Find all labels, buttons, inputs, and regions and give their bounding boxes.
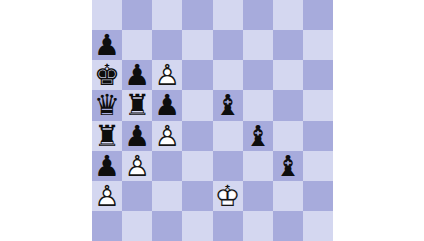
pawn-outline-glyph: ♙ bbox=[152, 60, 182, 90]
square-h4[interactable] bbox=[303, 121, 333, 151]
white-pawn-b3[interactable]: ♟♙ bbox=[122, 151, 152, 181]
square-e8[interactable] bbox=[213, 0, 243, 30]
square-f2[interactable] bbox=[243, 181, 273, 211]
square-c2[interactable] bbox=[152, 181, 182, 211]
square-h6[interactable] bbox=[303, 60, 333, 90]
king-outline-glyph: ♔ bbox=[213, 181, 243, 211]
square-f6[interactable] bbox=[243, 60, 273, 90]
square-c4[interactable]: ♟♙ bbox=[152, 121, 182, 151]
square-d7[interactable] bbox=[182, 30, 212, 60]
black-rook-a4[interactable]: ♜ bbox=[92, 121, 122, 151]
square-d6[interactable] bbox=[182, 60, 212, 90]
square-f7[interactable] bbox=[243, 30, 273, 60]
square-e4[interactable] bbox=[213, 121, 243, 151]
page-background: ♟♚♟♟♙♛♜♟♝♜♟♟♙♝♟♟♙♝♟♙♚♔ bbox=[0, 0, 424, 241]
square-b2[interactable] bbox=[122, 181, 152, 211]
square-a5[interactable]: ♛ bbox=[92, 90, 122, 120]
square-e1[interactable] bbox=[213, 211, 243, 241]
square-a3[interactable]: ♟ bbox=[92, 151, 122, 181]
square-h2[interactable] bbox=[303, 181, 333, 211]
square-e6[interactable] bbox=[213, 60, 243, 90]
square-e2[interactable]: ♚♔ bbox=[213, 181, 243, 211]
black-queen-a5[interactable]: ♛ bbox=[92, 90, 122, 120]
black-pawn-c5[interactable]: ♟ bbox=[152, 90, 182, 120]
black-pawn-b6[interactable]: ♟ bbox=[122, 60, 152, 90]
square-d8[interactable] bbox=[182, 0, 212, 30]
square-e5[interactable]: ♝ bbox=[213, 90, 243, 120]
rook-glyph: ♜ bbox=[122, 90, 152, 120]
square-g7[interactable] bbox=[273, 30, 303, 60]
square-b7[interactable] bbox=[122, 30, 152, 60]
square-h3[interactable] bbox=[303, 151, 333, 181]
pawn-glyph: ♟ bbox=[152, 90, 182, 120]
square-d2[interactable] bbox=[182, 181, 212, 211]
pawn-outline-glyph: ♙ bbox=[92, 181, 122, 211]
square-g8[interactable] bbox=[273, 0, 303, 30]
square-f1[interactable] bbox=[243, 211, 273, 241]
square-f4[interactable]: ♝ bbox=[243, 121, 273, 151]
square-f5[interactable] bbox=[243, 90, 273, 120]
white-pawn-c4[interactable]: ♟♙ bbox=[152, 121, 182, 151]
square-d3[interactable] bbox=[182, 151, 212, 181]
black-pawn-a7[interactable]: ♟ bbox=[92, 30, 122, 60]
pawn-outline-glyph: ♙ bbox=[122, 151, 152, 181]
white-pawn-a2[interactable]: ♟♙ bbox=[92, 181, 122, 211]
square-a4[interactable]: ♜ bbox=[92, 121, 122, 151]
square-g4[interactable] bbox=[273, 121, 303, 151]
square-f3[interactable] bbox=[243, 151, 273, 181]
square-c7[interactable] bbox=[152, 30, 182, 60]
square-f8[interactable] bbox=[243, 0, 273, 30]
rook-glyph: ♜ bbox=[92, 121, 122, 151]
square-c8[interactable] bbox=[152, 0, 182, 30]
square-h7[interactable] bbox=[303, 30, 333, 60]
pawn-glyph: ♟ bbox=[122, 121, 152, 151]
square-g5[interactable] bbox=[273, 90, 303, 120]
black-bishop-g3[interactable]: ♝ bbox=[273, 151, 303, 181]
square-c5[interactable]: ♟ bbox=[152, 90, 182, 120]
square-c6[interactable]: ♟♙ bbox=[152, 60, 182, 90]
square-b6[interactable]: ♟ bbox=[122, 60, 152, 90]
square-e3[interactable] bbox=[213, 151, 243, 181]
square-d5[interactable] bbox=[182, 90, 212, 120]
square-b4[interactable]: ♟ bbox=[122, 121, 152, 151]
square-a7[interactable]: ♟ bbox=[92, 30, 122, 60]
white-pawn-c6[interactable]: ♟♙ bbox=[152, 60, 182, 90]
white-king-e2[interactable]: ♚♔ bbox=[213, 181, 243, 211]
pawn-glyph: ♟ bbox=[92, 30, 122, 60]
pawn-glyph: ♟ bbox=[122, 60, 152, 90]
square-b1[interactable] bbox=[122, 211, 152, 241]
square-h1[interactable] bbox=[303, 211, 333, 241]
square-d1[interactable] bbox=[182, 211, 212, 241]
square-h8[interactable] bbox=[303, 0, 333, 30]
king-glyph: ♚ bbox=[92, 60, 122, 90]
square-d4[interactable] bbox=[182, 121, 212, 151]
square-b5[interactable]: ♜ bbox=[122, 90, 152, 120]
square-a8[interactable] bbox=[92, 0, 122, 30]
bishop-glyph: ♝ bbox=[213, 90, 243, 120]
square-g1[interactable] bbox=[273, 211, 303, 241]
square-c1[interactable] bbox=[152, 211, 182, 241]
chess-board: ♟♚♟♟♙♛♜♟♝♜♟♟♙♝♟♟♙♝♟♙♚♔ bbox=[92, 0, 333, 241]
square-a2[interactable]: ♟♙ bbox=[92, 181, 122, 211]
bishop-glyph: ♝ bbox=[273, 151, 303, 181]
black-rook-b5[interactable]: ♜ bbox=[122, 90, 152, 120]
square-e7[interactable] bbox=[213, 30, 243, 60]
square-g6[interactable] bbox=[273, 60, 303, 90]
square-c3[interactable] bbox=[152, 151, 182, 181]
bishop-glyph: ♝ bbox=[243, 121, 273, 151]
square-b8[interactable] bbox=[122, 0, 152, 30]
black-bishop-f4[interactable]: ♝ bbox=[243, 121, 273, 151]
square-a6[interactable]: ♚ bbox=[92, 60, 122, 90]
pawn-outline-glyph: ♙ bbox=[152, 121, 182, 151]
pawn-glyph: ♟ bbox=[92, 151, 122, 181]
queen-glyph: ♛ bbox=[92, 90, 122, 120]
square-g3[interactable]: ♝ bbox=[273, 151, 303, 181]
square-h5[interactable] bbox=[303, 90, 333, 120]
square-a1[interactable] bbox=[92, 211, 122, 241]
black-pawn-a3[interactable]: ♟ bbox=[92, 151, 122, 181]
black-king-a6[interactable]: ♚ bbox=[92, 60, 122, 90]
square-b3[interactable]: ♟♙ bbox=[122, 151, 152, 181]
black-pawn-b4[interactable]: ♟ bbox=[122, 121, 152, 151]
black-bishop-e5[interactable]: ♝ bbox=[213, 90, 243, 120]
square-g2[interactable] bbox=[273, 181, 303, 211]
